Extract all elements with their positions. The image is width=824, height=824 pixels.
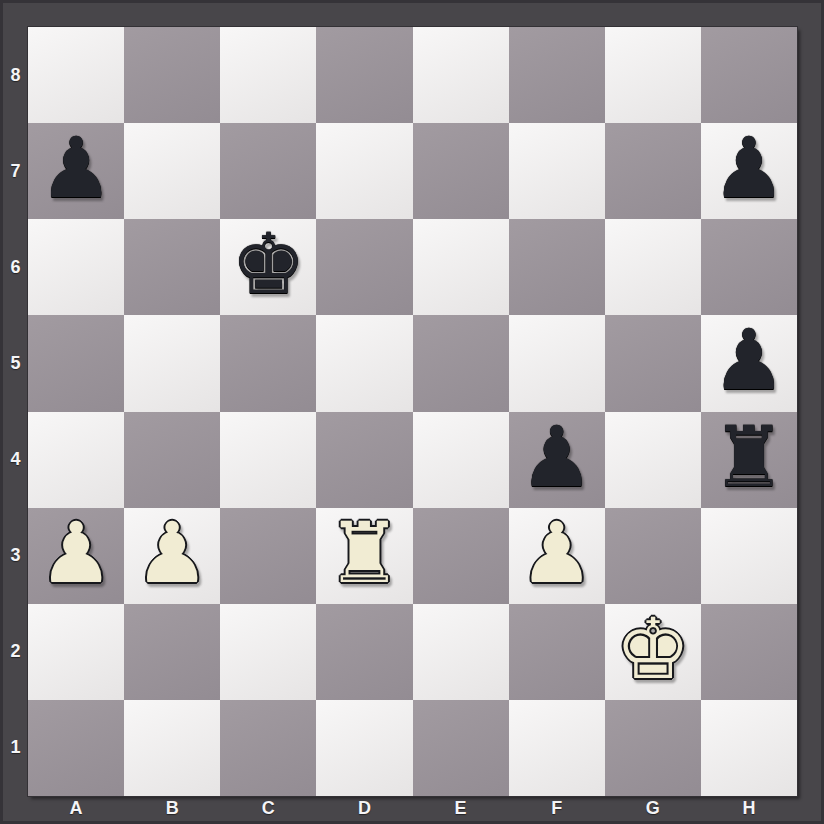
square-f4[interactable]: ♟ — [509, 412, 605, 508]
rank-label-8: 8 — [3, 27, 28, 123]
square-b2[interactable] — [124, 604, 220, 700]
square-h7[interactable]: ♟ — [701, 123, 797, 219]
square-g2[interactable]: ♚ — [605, 604, 701, 700]
square-d4[interactable] — [316, 412, 412, 508]
chess-board-frame: 87654321 ABCDEFGH ♟♟♚♟♟♜♟♟♜♟♚ — [0, 0, 824, 824]
square-g6[interactable] — [605, 219, 701, 315]
square-h4[interactable]: ♜ — [701, 412, 797, 508]
file-label-e: E — [413, 796, 509, 821]
square-e2[interactable] — [413, 604, 509, 700]
rank-label-3: 3 — [3, 508, 28, 604]
file-label-b: B — [124, 796, 220, 821]
square-d1[interactable] — [316, 700, 412, 796]
square-a4[interactable] — [28, 412, 124, 508]
black-rook[interactable]: ♜ — [711, 415, 786, 499]
square-f1[interactable] — [509, 700, 605, 796]
square-b8[interactable] — [124, 27, 220, 123]
square-e4[interactable] — [413, 412, 509, 508]
black-king[interactable]: ♚ — [231, 222, 306, 306]
square-c7[interactable] — [220, 123, 316, 219]
file-label-d: D — [316, 796, 412, 821]
white-pawn[interactable]: ♟ — [519, 511, 594, 595]
file-labels: ABCDEFGH — [28, 796, 797, 821]
square-e3[interactable] — [413, 508, 509, 604]
white-pawn[interactable]: ♟ — [38, 511, 113, 595]
square-a7[interactable]: ♟ — [28, 123, 124, 219]
square-e7[interactable] — [413, 123, 509, 219]
square-h8[interactable] — [701, 27, 797, 123]
square-e5[interactable] — [413, 315, 509, 411]
square-c5[interactable] — [220, 315, 316, 411]
white-pawn[interactable]: ♟ — [135, 511, 210, 595]
square-a3[interactable]: ♟ — [28, 508, 124, 604]
square-g3[interactable] — [605, 508, 701, 604]
rank-label-6: 6 — [3, 219, 28, 315]
rank-labels: 87654321 — [3, 27, 28, 796]
rank-label-1: 1 — [3, 700, 28, 796]
square-b4[interactable] — [124, 412, 220, 508]
square-d7[interactable] — [316, 123, 412, 219]
square-g1[interactable] — [605, 700, 701, 796]
rank-label-4: 4 — [3, 412, 28, 508]
square-b6[interactable] — [124, 219, 220, 315]
square-a6[interactable] — [28, 219, 124, 315]
square-f2[interactable] — [509, 604, 605, 700]
square-c6[interactable]: ♚ — [220, 219, 316, 315]
square-a5[interactable] — [28, 315, 124, 411]
square-a2[interactable] — [28, 604, 124, 700]
square-f8[interactable] — [509, 27, 605, 123]
file-label-h: H — [701, 796, 797, 821]
square-g5[interactable] — [605, 315, 701, 411]
rank-label-7: 7 — [3, 123, 28, 219]
rank-label-5: 5 — [3, 315, 28, 411]
black-pawn[interactable]: ♟ — [711, 126, 786, 210]
square-f5[interactable] — [509, 315, 605, 411]
square-c3[interactable] — [220, 508, 316, 604]
square-h2[interactable] — [701, 604, 797, 700]
square-a8[interactable] — [28, 27, 124, 123]
square-h6[interactable] — [701, 219, 797, 315]
square-b5[interactable] — [124, 315, 220, 411]
square-f6[interactable] — [509, 219, 605, 315]
square-g7[interactable] — [605, 123, 701, 219]
square-d5[interactable] — [316, 315, 412, 411]
rank-label-2: 2 — [3, 604, 28, 700]
black-pawn[interactable]: ♟ — [519, 415, 594, 499]
square-h3[interactable] — [701, 508, 797, 604]
square-a1[interactable] — [28, 700, 124, 796]
file-label-f: F — [509, 796, 605, 821]
file-label-c: C — [220, 796, 316, 821]
square-f3[interactable]: ♟ — [509, 508, 605, 604]
file-label-g: G — [605, 796, 701, 821]
black-pawn[interactable]: ♟ — [38, 126, 113, 210]
square-e8[interactable] — [413, 27, 509, 123]
chess-board[interactable]: ♟♟♚♟♟♜♟♟♜♟♚ — [28, 27, 797, 796]
white-rook[interactable]: ♜ — [327, 511, 402, 595]
square-e1[interactable] — [413, 700, 509, 796]
square-c8[interactable] — [220, 27, 316, 123]
file-label-a: A — [28, 796, 124, 821]
square-b1[interactable] — [124, 700, 220, 796]
square-g4[interactable] — [605, 412, 701, 508]
square-h5[interactable]: ♟ — [701, 315, 797, 411]
square-b3[interactable]: ♟ — [124, 508, 220, 604]
square-c1[interactable] — [220, 700, 316, 796]
square-f7[interactable] — [509, 123, 605, 219]
square-d3[interactable]: ♜ — [316, 508, 412, 604]
square-g8[interactable] — [605, 27, 701, 123]
square-c4[interactable] — [220, 412, 316, 508]
square-h1[interactable] — [701, 700, 797, 796]
square-c2[interactable] — [220, 604, 316, 700]
white-king[interactable]: ♚ — [615, 607, 690, 691]
black-pawn[interactable]: ♟ — [711, 318, 786, 402]
square-d6[interactable] — [316, 219, 412, 315]
square-d2[interactable] — [316, 604, 412, 700]
square-e6[interactable] — [413, 219, 509, 315]
square-d8[interactable] — [316, 27, 412, 123]
square-b7[interactable] — [124, 123, 220, 219]
